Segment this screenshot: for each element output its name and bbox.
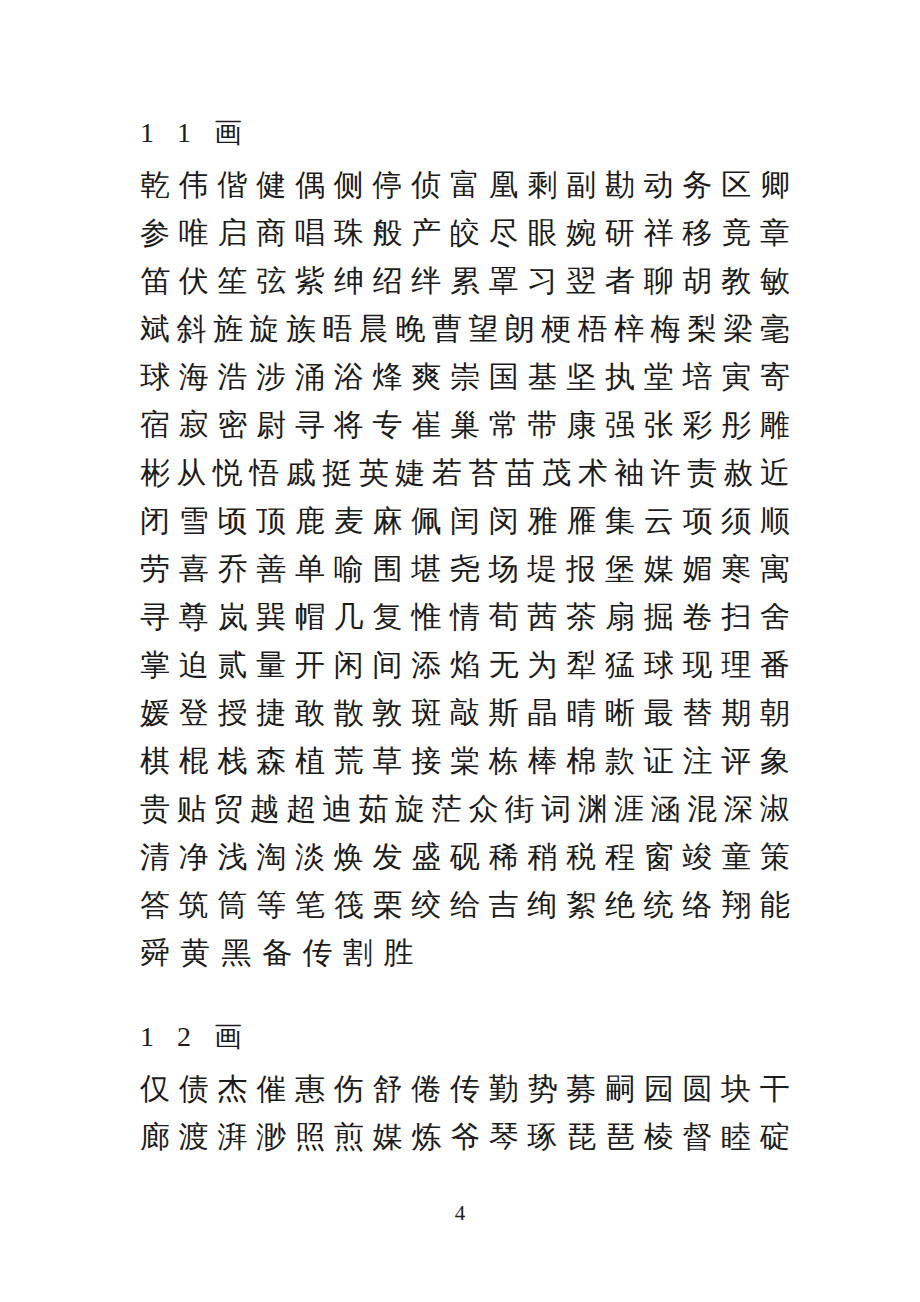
character-cell: 涌 <box>295 362 325 392</box>
character-list: 1 1 画乾伟偕健偶侧停侦富凰剩副勘动务区卿参唯启商唱珠般产皎尽眼婉研祥移竟章笛… <box>140 118 790 1170</box>
character-cell: 云 <box>644 506 674 536</box>
character-cell: 扫 <box>721 602 751 632</box>
character-cell: 催 <box>256 1074 286 1104</box>
character-cell: 朝 <box>760 698 790 728</box>
character-cell: 筑 <box>179 890 209 920</box>
character-cell: 开 <box>295 650 325 680</box>
character-cell: 单 <box>295 554 325 584</box>
character-cell: 巽 <box>256 602 286 632</box>
character-cell: 卿 <box>760 170 790 200</box>
character-cell: 答 <box>140 890 170 920</box>
character-cell: 专 <box>373 410 403 440</box>
character-cell: 捷 <box>256 698 286 728</box>
character-cell: 寄 <box>760 362 790 392</box>
character-cell: 翌 <box>566 266 596 296</box>
character-cell: 伤 <box>334 1074 364 1104</box>
character-cell: 绊 <box>411 266 441 296</box>
character-cell: 茂 <box>541 458 571 488</box>
character-cell: 责 <box>687 458 717 488</box>
character-cell: 婕 <box>395 458 425 488</box>
character-cell: 涯 <box>614 794 644 824</box>
character-cell: 教 <box>721 266 751 296</box>
character-cell: 绚 <box>528 890 558 920</box>
character-cell: 族 <box>286 314 316 344</box>
character-cell: 乔 <box>218 554 248 584</box>
character-cell: 唯 <box>179 218 209 248</box>
character-cell: 伏 <box>179 266 209 296</box>
character-cell: 卷 <box>683 602 713 632</box>
character-cell: 偶 <box>295 170 325 200</box>
character-cell: 栗 <box>373 890 403 920</box>
character-cell: 浩 <box>218 362 248 392</box>
character-cell: 侧 <box>334 170 364 200</box>
character-cell: 敦 <box>373 698 403 728</box>
character-cell: 替 <box>683 698 713 728</box>
character-row: 掌迫贰量开闲间添焰无为犁猛球现理番 <box>140 650 790 680</box>
character-cell: 棠 <box>450 746 480 776</box>
character-cell: 情 <box>450 602 480 632</box>
character-cell: 巢 <box>450 410 480 440</box>
character-cell: 杰 <box>218 1074 248 1104</box>
character-cell: 若 <box>432 458 462 488</box>
character-cell: 授 <box>218 698 248 728</box>
character-cell: 带 <box>528 410 558 440</box>
character-cell: 敲 <box>450 698 480 728</box>
character-cell: 挺 <box>322 458 352 488</box>
character-cell: 祥 <box>644 218 674 248</box>
character-cell: 圆 <box>683 1074 713 1104</box>
character-cell: 童 <box>721 842 751 872</box>
character-cell: 词 <box>541 794 571 824</box>
character-cell: 晶 <box>528 698 558 728</box>
character-cell: 梁 <box>724 314 754 344</box>
character-cell: 偕 <box>218 170 248 200</box>
character-cell: 现 <box>683 650 713 680</box>
character-row: 贵贴贸越超迪茹旋茫众街词渊涯涵混深淑 <box>140 794 790 824</box>
character-cell: 晴 <box>566 698 596 728</box>
character-cell: 球 <box>140 362 170 392</box>
character-cell: 荀 <box>489 602 519 632</box>
stroke-count-heading: 1 2 画 <box>140 1022 790 1052</box>
character-cell: 寅 <box>721 362 751 392</box>
character-cell: 扇 <box>605 602 635 632</box>
character-cell: 超 <box>286 794 316 824</box>
character-cell: 寒 <box>721 554 751 584</box>
character-cell: 给 <box>450 890 480 920</box>
character-cell: 筏 <box>334 890 364 920</box>
character-cell: 梗 <box>541 314 571 344</box>
character-cell: 般 <box>373 218 403 248</box>
character-cell: 麻 <box>373 506 403 536</box>
character-cell: 尉 <box>256 410 286 440</box>
character-cell: 焕 <box>334 842 364 872</box>
character-cell: 园 <box>644 1074 674 1104</box>
character-cell: 散 <box>334 698 364 728</box>
character-cell: 敢 <box>295 698 325 728</box>
character-cell: 雅 <box>528 506 558 536</box>
character-cell: 栋 <box>489 746 519 776</box>
character-cell: 仅 <box>140 1074 170 1104</box>
character-cell: 理 <box>721 650 751 680</box>
character-cell: 研 <box>605 218 635 248</box>
character-cell: 堪 <box>411 554 441 584</box>
character-cell: 渡 <box>179 1122 209 1152</box>
character-cell: 晰 <box>605 698 635 728</box>
character-cell: 浴 <box>334 362 364 392</box>
character-cell: 雪 <box>179 506 209 536</box>
character-cell: 竟 <box>721 218 751 248</box>
character-cell: 湃 <box>218 1122 248 1152</box>
character-cell: 胜 <box>384 938 425 968</box>
character-cell: 眼 <box>528 218 558 248</box>
character-cell: 张 <box>644 410 674 440</box>
character-cell: 斯 <box>489 698 519 728</box>
character-cell: 停 <box>373 170 403 200</box>
character-cell: 彩 <box>683 410 713 440</box>
character-cell: 毫 <box>760 314 790 344</box>
character-cell: 净 <box>179 842 209 872</box>
character-cell: 间 <box>373 650 403 680</box>
character-cell: 淡 <box>295 842 325 872</box>
character-cell: 媒 <box>373 1122 403 1152</box>
character-cell: 喻 <box>334 554 364 584</box>
character-cell: 闵 <box>489 506 519 536</box>
character-cell: 坚 <box>566 362 596 392</box>
character-cell: 舜 <box>140 938 181 968</box>
character-cell: 务 <box>683 170 713 200</box>
character-cell: 唱 <box>295 218 325 248</box>
character-cell: 旌 <box>213 314 243 344</box>
character-cell: 琢 <box>528 1122 558 1152</box>
character-cell: 筒 <box>218 890 248 920</box>
character-cell: 朗 <box>505 314 535 344</box>
character-cell: 渊 <box>578 794 608 824</box>
character-cell: 竣 <box>683 842 713 872</box>
character-cell: 曹 <box>432 314 462 344</box>
character-cell: 崇 <box>450 362 480 392</box>
character-cell: 勤 <box>489 1074 519 1104</box>
character-cell: 复 <box>373 602 403 632</box>
character-cell: 量 <box>256 650 286 680</box>
character-cell: 棋 <box>140 746 170 776</box>
character-row: 清净浅淘淡焕发盛砚稀稍税程窗竣童策 <box>140 842 790 872</box>
character-cell: 烽 <box>373 362 403 392</box>
character-cell: 砚 <box>450 842 480 872</box>
character-cell: 淑 <box>760 794 790 824</box>
character-cell: 许 <box>651 458 681 488</box>
character-cell: 络 <box>683 890 713 920</box>
character-cell: 备 <box>262 938 303 968</box>
character-cell: 梓 <box>614 314 644 344</box>
character-cell: 统 <box>644 890 674 920</box>
character-cell: 梅 <box>651 314 681 344</box>
character-cell: 强 <box>605 410 635 440</box>
character-cell: 茶 <box>566 602 596 632</box>
character-cell: 英 <box>359 458 389 488</box>
character-cell: 康 <box>566 410 596 440</box>
character-row: 寻尊岚巽帽几复惟情荀茜茶扇掘卷扫舍 <box>140 602 790 632</box>
character-cell: 宿 <box>140 410 170 440</box>
character-cell: 登 <box>179 698 209 728</box>
character-cell: 几 <box>334 602 364 632</box>
character-cell: 乾 <box>140 170 170 200</box>
character-cell: 岚 <box>218 602 248 632</box>
character-cell: 深 <box>724 794 754 824</box>
character-cell: 琶 <box>605 1122 635 1152</box>
character-cell: 森 <box>256 746 286 776</box>
character-cell: 象 <box>760 746 790 776</box>
character-cell: 者 <box>605 266 635 296</box>
character-cell: 珠 <box>334 218 364 248</box>
character-cell: 罩 <box>489 266 519 296</box>
character-cell: 海 <box>179 362 209 392</box>
character-cell: 掌 <box>140 650 170 680</box>
character-row: 宿寂密尉寻将专崔巢常带康强张彩彤雕 <box>140 410 790 440</box>
character-cell: 善 <box>256 554 286 584</box>
character-cell: 集 <box>605 506 635 536</box>
character-cell: 袖 <box>614 458 644 488</box>
character-cell: 顺 <box>760 506 790 536</box>
character-cell: 策 <box>760 842 790 872</box>
character-cell: 荒 <box>334 746 364 776</box>
character-cell: 众 <box>468 794 498 824</box>
character-cell: 球 <box>644 650 674 680</box>
character-cell: 弦 <box>256 266 286 296</box>
character-cell: 款 <box>605 746 635 776</box>
character-cell: 从 <box>176 458 206 488</box>
character-row: 球海浩涉涌浴烽爽崇国基坚执堂培寅寄 <box>140 362 790 392</box>
character-cell: 发 <box>373 842 403 872</box>
character-cell: 干 <box>760 1074 790 1104</box>
character-cell: 伟 <box>179 170 209 200</box>
character-row: 闭雪顷顶鹿麦麻佩闰闵雅雁集云项须顺 <box>140 506 790 536</box>
character-cell: 闭 <box>140 506 170 536</box>
character-cell: 棍 <box>179 746 209 776</box>
character-cell: 贰 <box>218 650 248 680</box>
character-cell: 茫 <box>432 794 462 824</box>
stroke-count-heading: 1 1 画 <box>140 118 790 148</box>
character-cell: 崔 <box>411 410 441 440</box>
character-cell: 晚 <box>395 314 425 344</box>
character-cell: 顷 <box>218 506 248 536</box>
character-row: 廊渡湃渺照煎媒炼爷琴琢琵琶棱督睦碇 <box>140 1122 790 1152</box>
character-row: 答筑筒等笔筏栗绞给吉绚絮绝统络翔能 <box>140 890 790 920</box>
character-cell: 期 <box>721 698 751 728</box>
character-cell: 寓 <box>760 554 790 584</box>
character-cell: 区 <box>721 170 751 200</box>
character-cell: 爽 <box>411 362 441 392</box>
character-cell: 婉 <box>566 218 596 248</box>
character-cell: 商 <box>256 218 286 248</box>
character-cell: 将 <box>334 410 364 440</box>
character-cell: 割 <box>343 938 384 968</box>
character-cell: 惠 <box>295 1074 325 1104</box>
character-row: 仅债杰催惠伤舒倦传勤势募嗣园圆块干 <box>140 1074 790 1104</box>
character-cell: 媒 <box>644 554 674 584</box>
character-cell: 晤 <box>322 314 352 344</box>
character-cell: 斜 <box>176 314 206 344</box>
character-cell: 煎 <box>334 1122 364 1152</box>
character-cell: 越 <box>249 794 279 824</box>
character-cell: 媛 <box>140 698 170 728</box>
character-cell: 尽 <box>489 218 519 248</box>
character-cell: 迪 <box>322 794 352 824</box>
character-cell: 涵 <box>651 794 681 824</box>
character-cell: 雕 <box>760 410 790 440</box>
character-cell: 笔 <box>295 890 325 920</box>
character-cell: 浅 <box>218 842 248 872</box>
character-cell: 顶 <box>256 506 286 536</box>
character-cell: 尊 <box>179 602 209 632</box>
character-cell: 绅 <box>334 266 364 296</box>
character-cell: 项 <box>683 506 713 536</box>
character-cell: 移 <box>683 218 713 248</box>
character-cell: 富 <box>450 170 480 200</box>
character-row: 媛登授捷敢散敦斑敲斯晶晴晰最替期朝 <box>140 698 790 728</box>
character-cell: 絮 <box>566 890 596 920</box>
character-row: 笛伏笙弦紫绅绍绊累罩习翌者聊胡教敏 <box>140 266 790 296</box>
character-cell: 照 <box>295 1122 325 1152</box>
character-row: 参唯启商唱珠般产皎尽眼婉研祥移竟章 <box>140 218 790 248</box>
character-cell: 猛 <box>605 650 635 680</box>
character-cell: 帽 <box>295 602 325 632</box>
character-cell: 廊 <box>140 1122 170 1152</box>
character-cell: 评 <box>721 746 751 776</box>
character-cell: 麦 <box>334 506 364 536</box>
character-cell: 动 <box>644 170 674 200</box>
character-cell: 媚 <box>683 554 713 584</box>
character-row: 劳喜乔善单喻围堪尧场堤报堡媒媚寒寓 <box>140 554 790 584</box>
character-cell: 密 <box>218 410 248 440</box>
character-cell: 闰 <box>450 506 480 536</box>
character-cell: 佩 <box>411 506 441 536</box>
character-cell: 翔 <box>721 890 751 920</box>
character-cell: 稍 <box>528 842 558 872</box>
character-cell: 绍 <box>373 266 403 296</box>
character-cell: 习 <box>528 266 558 296</box>
character-cell: 为 <box>528 650 558 680</box>
character-cell: 旋 <box>395 794 425 824</box>
character-cell: 最 <box>644 698 674 728</box>
character-cell: 税 <box>566 842 596 872</box>
character-cell: 涉 <box>256 362 286 392</box>
character-cell: 皎 <box>450 218 480 248</box>
character-cell: 茜 <box>528 602 558 632</box>
character-cell: 健 <box>256 170 286 200</box>
character-cell: 碇 <box>760 1122 790 1152</box>
character-cell: 堤 <box>528 554 558 584</box>
character-cell: 等 <box>256 890 286 920</box>
character-cell: 参 <box>140 218 170 248</box>
character-cell: 寻 <box>140 602 170 632</box>
character-cell: 清 <box>140 842 170 872</box>
character-cell: 栈 <box>218 746 248 776</box>
character-cell: 围 <box>373 554 403 584</box>
character-cell: 传 <box>302 938 343 968</box>
character-cell: 执 <box>605 362 635 392</box>
character-cell: 舍 <box>760 602 790 632</box>
character-cell: 渺 <box>256 1122 286 1152</box>
character-cell: 传 <box>450 1074 480 1104</box>
character-cell: 基 <box>528 362 558 392</box>
character-cell: 培 <box>683 362 713 392</box>
character-cell: 近 <box>760 458 790 488</box>
character-cell: 笙 <box>218 266 248 296</box>
character-cell: 嗣 <box>605 1074 635 1104</box>
character-cell: 须 <box>721 506 751 536</box>
character-row: 棋棍栈森植荒草接棠栋棒棉款证注评象 <box>140 746 790 776</box>
character-cell: 副 <box>566 170 596 200</box>
character-cell: 窗 <box>644 842 674 872</box>
character-cell: 债 <box>179 1074 209 1104</box>
character-cell: 能 <box>760 890 790 920</box>
character-cell: 证 <box>644 746 674 776</box>
character-cell: 混 <box>687 794 717 824</box>
character-row: 彬从悦悟戚挺英婕若苔苗茂术袖许责赦近 <box>140 458 790 488</box>
character-cell: 琵 <box>566 1122 596 1152</box>
character-cell: 凰 <box>489 170 519 200</box>
character-cell: 勘 <box>605 170 635 200</box>
character-cell: 惟 <box>411 602 441 632</box>
character-cell: 督 <box>683 1122 713 1152</box>
character-cell: 焰 <box>450 650 480 680</box>
character-cell: 斌 <box>140 314 170 344</box>
character-cell: 望 <box>468 314 498 344</box>
character-cell: 黄 <box>181 938 222 968</box>
character-cell: 迫 <box>179 650 209 680</box>
character-cell: 场 <box>489 554 519 584</box>
character-cell: 苗 <box>505 458 535 488</box>
character-cell: 睦 <box>721 1122 751 1152</box>
character-cell: 闲 <box>334 650 364 680</box>
character-cell: 梧 <box>578 314 608 344</box>
character-cell: 悦 <box>213 458 243 488</box>
character-cell: 堂 <box>644 362 674 392</box>
character-cell: 棱 <box>644 1122 674 1152</box>
character-cell: 旋 <box>249 314 279 344</box>
character-cell: 黑 <box>221 938 262 968</box>
character-cell: 倦 <box>411 1074 441 1104</box>
page-number: 4 <box>0 1201 920 1225</box>
character-cell: 草 <box>373 746 403 776</box>
character-cell: 剩 <box>528 170 558 200</box>
character-cell: 戚 <box>286 458 316 488</box>
character-cell: 聊 <box>644 266 674 296</box>
character-cell: 茹 <box>359 794 389 824</box>
character-cell: 琴 <box>489 1122 519 1152</box>
character-cell: 炼 <box>411 1122 441 1152</box>
character-cell: 棉 <box>566 746 596 776</box>
character-cell: 贵 <box>140 794 170 824</box>
character-cell: 鹿 <box>295 506 325 536</box>
character-cell: 吉 <box>489 890 519 920</box>
character-cell: 常 <box>489 410 519 440</box>
character-cell: 稀 <box>489 842 519 872</box>
character-row: 舜黄黑备传割胜 <box>140 938 790 968</box>
character-cell: 侦 <box>411 170 441 200</box>
character-cell: 棒 <box>528 746 558 776</box>
character-cell: 势 <box>528 1074 558 1104</box>
character-cell: 募 <box>566 1074 596 1104</box>
character-cell: 盛 <box>411 842 441 872</box>
character-cell: 尧 <box>450 554 480 584</box>
character-cell: 块 <box>721 1074 751 1104</box>
character-cell: 犁 <box>566 650 596 680</box>
character-cell: 章 <box>760 218 790 248</box>
character-cell: 寻 <box>295 410 325 440</box>
character-cell: 番 <box>760 650 790 680</box>
character-cell: 斑 <box>411 698 441 728</box>
